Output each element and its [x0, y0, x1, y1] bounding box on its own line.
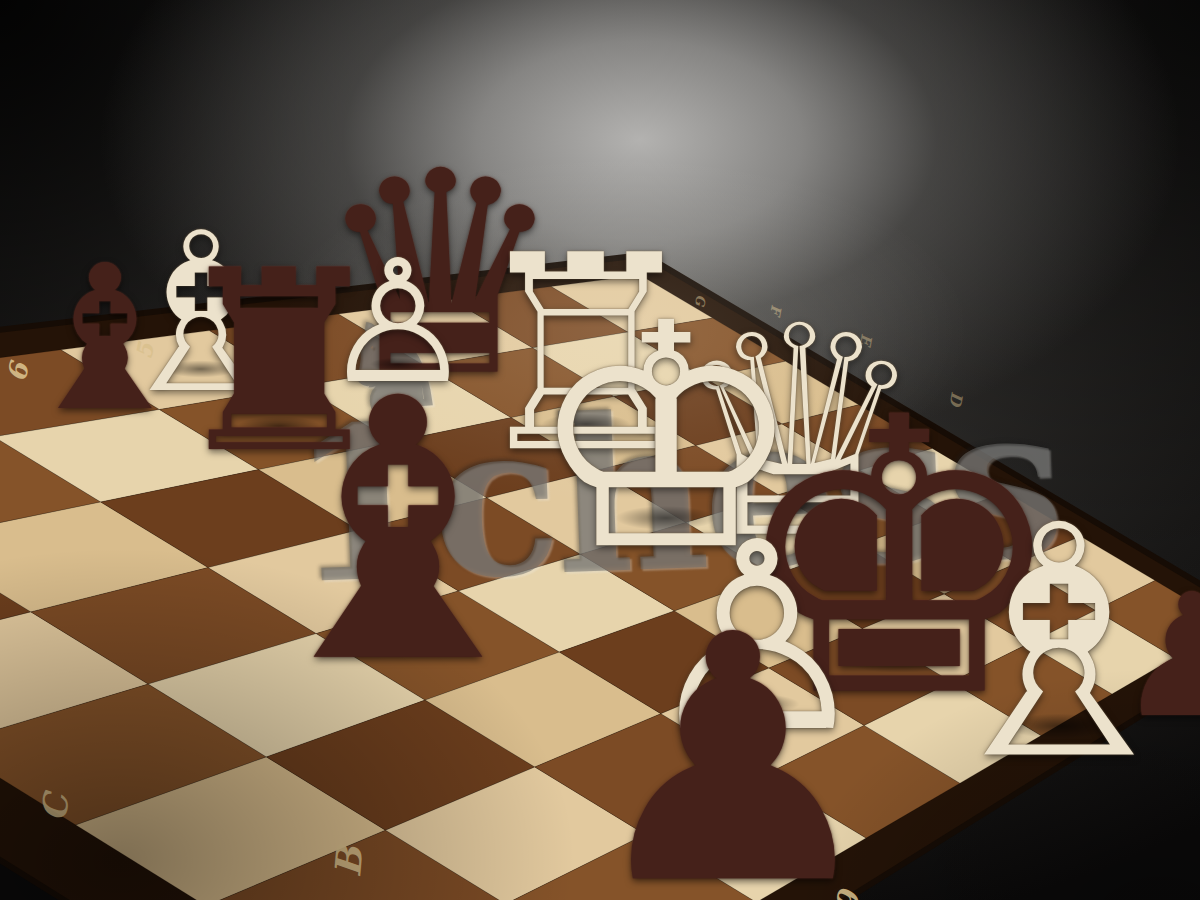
pieces-layer: ♛♙♗♝♖♜♕♔♝♚♟♙♗♟	[0, 0, 1200, 900]
chess-piece-white-bishop: ♗	[916, 484, 1200, 804]
chess-piece-black-pawn: ♟	[581, 590, 886, 900]
chess-photo-scene: 654CB6GFED ♛♙♗♝♖♜♕♔♝♚♟♙♗♟ ♞ 1chess	[0, 0, 1200, 900]
chess-piece-black-bishop: ♝	[237, 353, 560, 713]
